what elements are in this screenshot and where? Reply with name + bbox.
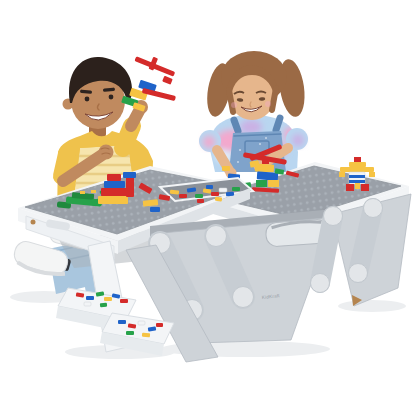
brick (86, 296, 94, 300)
girl-blush (231, 102, 237, 108)
brick (222, 166, 230, 171)
brick (219, 188, 227, 192)
brick (255, 163, 275, 172)
brick (126, 177, 134, 197)
brick (349, 180, 365, 183)
boy-eye-left (85, 97, 90, 102)
sleeve-tiedye (292, 134, 304, 146)
brick (346, 184, 354, 191)
brick (211, 192, 219, 196)
play-table-illustration: KidKraft (0, 0, 416, 416)
brick (120, 299, 128, 303)
brick (355, 183, 360, 189)
brick (197, 199, 204, 203)
brick (91, 190, 96, 193)
brick (104, 181, 125, 188)
brick (138, 321, 145, 325)
hinge-cap (364, 199, 383, 218)
hinge-cap (324, 207, 343, 226)
brick (98, 196, 128, 204)
brick (262, 158, 269, 164)
hinge-cap (311, 274, 330, 293)
brick (107, 174, 121, 181)
brick (142, 333, 150, 338)
brick (80, 191, 85, 194)
brick (156, 323, 163, 327)
brick (100, 303, 107, 308)
brick (195, 194, 203, 198)
brick (123, 172, 136, 178)
boy-right-hand (99, 145, 114, 160)
hinge-cap (349, 264, 368, 283)
brick (339, 172, 345, 177)
brick (206, 185, 213, 189)
brick (232, 187, 240, 191)
brick (179, 194, 187, 198)
hinge-cap (233, 287, 254, 308)
brick (101, 188, 127, 196)
wood-pivot-pin (31, 220, 36, 225)
brick (268, 180, 279, 187)
brick (104, 297, 112, 301)
hinge-strap (320, 216, 333, 283)
sleeve-tiedye (203, 136, 215, 148)
boy-eye-right (109, 95, 114, 100)
hinge-cap (206, 226, 227, 247)
brick (349, 162, 366, 167)
brick (354, 157, 361, 162)
brick (369, 172, 375, 177)
brick (256, 180, 267, 187)
brick (150, 207, 160, 212)
right-leg (311, 194, 412, 306)
brick (126, 331, 134, 335)
brick (226, 192, 234, 197)
brick (84, 302, 91, 306)
brick (340, 167, 374, 172)
brick (361, 184, 369, 191)
girl-blush (265, 101, 271, 107)
shadow-right-leg (338, 300, 406, 312)
brick (349, 175, 365, 178)
product-photo-scene: KidKraft (0, 0, 416, 416)
boy-left-forearm (131, 111, 139, 126)
brick (118, 320, 126, 324)
brick (162, 76, 173, 85)
